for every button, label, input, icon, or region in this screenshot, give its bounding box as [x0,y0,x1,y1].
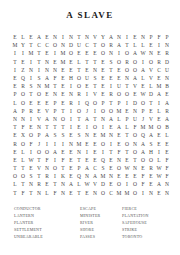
grid-cell-r1c12[interactable]: Y [99,33,107,41]
grid-cell-r2c1[interactable]: M [11,41,19,49]
grid-cell-r13c12[interactable]: M [99,131,107,139]
grid-cell-r16c9[interactable]: T [75,156,83,164]
grid-cell-r4c13[interactable]: S [107,58,115,66]
grid-cell-r2c10[interactable]: C [83,41,91,49]
grid-cell-r6c19[interactable]: E [155,74,163,82]
grid-cell-r10c14[interactable]: M [115,107,123,115]
grid-cell-r20c12[interactable]: O [99,189,107,197]
grid-cell-r19c16[interactable]: O [131,180,139,188]
grid-cell-r5c19[interactable]: C [155,66,163,74]
grid-cell-r9c9[interactable]: I [75,99,83,107]
grid-cell-r5c4[interactable]: I [35,66,43,74]
grid-cell-r4c8[interactable]: E [67,58,75,66]
grid-cell-r18c4[interactable]: T [35,172,43,180]
grid-cell-r4c16[interactable]: O [131,58,139,66]
word-item[interactable]: CONDUCTOR [14,206,80,213]
grid-cell-r9c8[interactable]: R [67,99,75,107]
grid-cell-r10c15[interactable]: E [123,107,131,115]
grid-cell-r12c14[interactable]: A [115,123,123,131]
grid-cell-r13c17[interactable]: Q [139,131,147,139]
grid-cell-r17c6[interactable]: O [51,164,59,172]
grid-cell-r10c2[interactable]: P [19,107,27,115]
grid-cell-r20c4[interactable]: N [35,189,43,197]
grid-cell-r19c19[interactable]: A [155,180,163,188]
grid-cell-r15c12[interactable]: I [99,148,107,156]
grid-cell-r19c15[interactable]: I [123,180,131,188]
grid-cell-r13c14[interactable]: E [115,131,123,139]
grid-cell-r14c16[interactable]: N [131,139,139,147]
grid-cell-r2c6[interactable]: O [51,41,59,49]
grid-cell-r12c16[interactable]: F [131,123,139,131]
grid-cell-r1c16[interactable]: E [131,33,139,41]
grid-cell-r8c12[interactable]: E [99,90,107,98]
grid-cell-r20c1[interactable]: T [11,189,19,197]
grid-cell-r11c18[interactable]: V [147,115,155,123]
grid-cell-r14c10[interactable]: E [83,139,91,147]
grid-cell-r9c4[interactable]: E [35,99,43,107]
grid-cell-r15c1[interactable]: E [11,148,19,156]
grid-cell-r14c6[interactable]: I [51,139,59,147]
grid-cell-r4c6[interactable]: E [51,58,59,66]
word-item[interactable]: SAFEHOUSE [122,220,174,227]
grid-cell-r13c15[interactable]: T [123,131,131,139]
grid-cell-r11c14[interactable]: L [115,115,123,123]
grid-cell-r16c8[interactable]: E [67,156,75,164]
grid-cell-r8c20[interactable]: E [163,90,171,98]
grid-cell-r17c16[interactable]: N [131,164,139,172]
grid-cell-r19c17[interactable]: F [139,180,147,188]
grid-cell-r19c12[interactable]: D [99,180,107,188]
grid-cell-r8c19[interactable]: A [155,90,163,98]
grid-cell-r6c17[interactable]: L [139,74,147,82]
grid-cell-r10c12[interactable]: O [99,107,107,115]
grid-cell-r3c4[interactable]: T [35,49,43,57]
grid-cell-r15c14[interactable]: F [115,148,123,156]
grid-cell-r4c15[interactable]: R [123,58,131,66]
grid-cell-r19c3[interactable]: N [27,180,35,188]
grid-cell-r5c7[interactable]: E [59,66,67,74]
grid-cell-r7c7[interactable]: E [59,82,67,90]
grid-cell-r10c1[interactable]: A [11,107,19,115]
grid-cell-r18c13[interactable]: N [107,172,115,180]
grid-cell-r18c5[interactable]: R [43,172,51,180]
grid-cell-r5c2[interactable]: Z [19,66,27,74]
grid-cell-r13c4[interactable]: P [35,131,43,139]
grid-cell-r6c5[interactable]: A [43,74,51,82]
grid-cell-r6c9[interactable]: O [75,74,83,82]
grid-cell-r9c1[interactable]: L [11,99,19,107]
grid-cell-r17c12[interactable]: S [99,164,107,172]
grid-cell-r2c12[interactable]: O [99,41,107,49]
grid-cell-r12c10[interactable]: I [83,123,91,131]
grid-cell-r2c11[interactable]: T [91,41,99,49]
grid-cell-r20c5[interactable]: L [43,189,51,197]
grid-cell-r16c12[interactable]: Q [99,156,107,164]
grid-cell-r20c9[interactable]: T [75,189,83,197]
grid-cell-r13c13[interactable]: N [107,131,115,139]
grid-cell-r8c11[interactable]: V [91,90,99,98]
grid-cell-r16c3[interactable]: W [27,156,35,164]
grid-cell-r20c10[interactable]: E [83,189,91,197]
grid-cell-r14c4[interactable]: J [35,139,43,147]
grid-cell-r10c5[interactable]: V [43,107,51,115]
word-item[interactable]: UNBEARABLE [14,234,80,241]
grid-cell-r18c1[interactable]: O [11,172,19,180]
grid-cell-r1c6[interactable]: N [51,33,59,41]
grid-cell-r13c16[interactable]: O [131,131,139,139]
grid-cell-r15c19[interactable]: I [155,148,163,156]
grid-cell-r4c12[interactable]: E [99,58,107,66]
grid-cell-r3c15[interactable]: O [123,49,131,57]
grid-cell-r20c8[interactable]: E [67,189,75,197]
grid-cell-r16c5[interactable]: F [43,156,51,164]
grid-cell-r8c10[interactable]: I [83,90,91,98]
grid-cell-r4c2[interactable]: E [19,58,27,66]
grid-cell-r6c7[interactable]: E [59,74,67,82]
grid-cell-r1c2[interactable]: L [19,33,27,41]
grid-cell-r13c18[interactable]: A [147,131,155,139]
grid-cell-r8c5[interactable]: E [43,90,51,98]
grid-cell-r19c5[interactable]: E [43,180,51,188]
grid-cell-r17c20[interactable]: F [163,164,171,172]
grid-cell-r6c4[interactable]: S [35,74,43,82]
grid-cell-r17c3[interactable]: E [27,164,35,172]
grid-cell-r1c3[interactable]: E [27,33,35,41]
grid-cell-r17c11[interactable]: C [91,164,99,172]
grid-cell-r11c20[interactable]: A [163,115,171,123]
grid-cell-r10c7[interactable]: T [59,107,67,115]
grid-cell-r3c11[interactable]: E [91,49,99,57]
grid-cell-r13c2[interactable]: X [19,131,27,139]
grid-cell-r16c14[interactable]: N [115,156,123,164]
grid-cell-r3c9[interactable]: E [75,49,83,57]
grid-cell-r14c14[interactable]: E [115,139,123,147]
grid-cell-r14c20[interactable]: E [163,139,171,147]
grid-cell-r18c12[interactable]: M [99,172,107,180]
grid-cell-r20c6[interactable]: F [51,189,59,197]
grid-cell-r6c15[interactable]: N [123,74,131,82]
grid-cell-r3c20[interactable]: R [163,49,171,57]
grid-cell-r20c20[interactable]: N [163,189,171,197]
grid-cell-r5c3[interactable]: N [27,66,35,74]
grid-cell-r19c14[interactable]: O [115,180,123,188]
grid-cell-r8c4[interactable]: O [35,90,43,98]
grid-cell-r10c13[interactable]: O [107,107,115,115]
grid-cell-r1c13[interactable]: A [107,33,115,41]
grid-cell-r12c20[interactable]: B [163,123,171,131]
grid-cell-r12c6[interactable]: T [51,123,59,131]
grid-cell-r6c3[interactable]: I [27,74,35,82]
grid-cell-r18c3[interactable]: S [27,172,35,180]
grid-cell-r7c14[interactable]: U [115,82,123,90]
grid-cell-r15c8[interactable]: E [67,148,75,156]
grid-cell-r4c18[interactable]: O [147,58,155,66]
grid-cell-r3c19[interactable]: E [155,49,163,57]
grid-cell-r9c2[interactable]: O [19,99,27,107]
word-item[interactable]: LANTERN [14,213,80,220]
grid-cell-r5c16[interactable]: O [131,66,139,74]
grid-cell-r2c19[interactable]: I [155,41,163,49]
grid-cell-r8c6[interactable]: N [51,90,59,98]
grid-cell-r11c3[interactable]: I [27,115,35,123]
grid-cell-r1c18[interactable]: P [147,33,155,41]
grid-cell-r2c9[interactable]: U [75,41,83,49]
grid-cell-r4c17[interactable]: I [139,58,147,66]
grid-cell-r1c14[interactable]: N [115,33,123,41]
grid-cell-r20c16[interactable]: O [131,189,139,197]
grid-cell-r19c13[interactable]: E [107,180,115,188]
grid-cell-r9c3[interactable]: E [27,99,35,107]
grid-cell-r3c14[interactable]: I [115,49,123,57]
grid-cell-r9c18[interactable]: T [147,99,155,107]
grid-cell-r12c19[interactable]: O [155,123,163,131]
grid-cell-r20c15[interactable]: M [123,189,131,197]
grid-cell-r14c17[interactable]: A [139,139,147,147]
grid-cell-r2c17[interactable]: L [139,41,147,49]
grid-cell-r13c20[interactable]: L [163,131,171,139]
grid-cell-r7c4[interactable]: N [35,82,43,90]
grid-cell-r14c9[interactable]: M [75,139,83,147]
grid-cell-r14c1[interactable]: R [11,139,19,147]
grid-cell-r3c5[interactable]: E [43,49,51,57]
grid-cell-r11c9[interactable]: T [75,115,83,123]
grid-cell-r6c20[interactable]: N [163,74,171,82]
grid-cell-r4c11[interactable]: T [91,58,99,66]
grid-cell-r16c2[interactable]: L [19,156,27,164]
grid-cell-r19c2[interactable]: T [19,180,27,188]
grid-cell-r16c17[interactable]: O [139,156,147,164]
grid-cell-r10c11[interactable]: I [91,107,99,115]
grid-cell-r14c3[interactable]: F [27,139,35,147]
grid-cell-r16c7[interactable]: F [59,156,67,164]
grid-cell-r7c12[interactable]: E [99,82,107,90]
grid-cell-r11c17[interactable]: J [139,115,147,123]
grid-cell-r5c12[interactable]: E [99,66,107,74]
grid-cell-r3c10[interactable]: E [83,49,91,57]
grid-cell-r10c4[interactable]: E [35,107,43,115]
grid-cell-r14c19[interactable]: E [155,139,163,147]
grid-cell-r16c20[interactable]: F [163,156,171,164]
grid-cell-r1c8[interactable]: N [67,33,75,41]
grid-cell-r17c1[interactable]: T [11,164,19,172]
grid-cell-r19c20[interactable]: N [163,180,171,188]
grid-cell-r1c5[interactable]: E [43,33,51,41]
grid-cell-r1c10[interactable]: N [83,33,91,41]
grid-cell-r13c9[interactable]: S [75,131,83,139]
word-item[interactable]: PLANTATION [122,213,174,220]
grid-cell-r3c18[interactable]: N [147,49,155,57]
grid-cell-r12c2[interactable]: F [19,123,27,131]
grid-cell-r11c15[interactable]: P [123,115,131,123]
grid-cell-r2c14[interactable]: A [115,41,123,49]
grid-cell-r18c9[interactable]: Q [75,172,83,180]
grid-cell-r3c12[interactable]: O [99,49,107,57]
grid-cell-r18c19[interactable]: W [155,172,163,180]
grid-cell-r5c20[interactable]: U [163,66,171,74]
grid-cell-r12c11[interactable]: O [91,123,99,131]
grid-cell-r12c17[interactable]: M [139,123,147,131]
grid-cell-r13c11[interactable]: E [91,131,99,139]
grid-cell-r5c17[interactable]: A [139,66,147,74]
grid-cell-r8c1[interactable]: P [11,90,19,98]
grid-cell-r3c13[interactable]: N [107,49,115,57]
grid-cell-r8c16[interactable]: E [131,90,139,98]
grid-cell-r8c7[interactable]: E [59,90,67,98]
grid-cell-r12c1[interactable]: T [11,123,19,131]
grid-cell-r10c10[interactable]: J [83,107,91,115]
grid-cell-r14c5[interactable]: I [43,139,51,147]
grid-cell-r11c11[interactable]: T [91,115,99,123]
grid-cell-r2c7[interactable]: N [59,41,67,49]
grid-cell-r6c1[interactable]: E [11,74,19,82]
grid-cell-r8c8[interactable]: N [67,90,75,98]
grid-cell-r9c14[interactable]: P [115,99,123,107]
grid-cell-r16c18[interactable]: O [147,156,155,164]
word-item[interactable]: PASSES [80,234,122,241]
grid-cell-r16c6[interactable]: I [51,156,59,164]
grid-cell-r10c3[interactable]: R [27,107,35,115]
grid-cell-r20c19[interactable]: E [155,189,163,197]
grid-cell-r10c6[interactable]: P [51,107,59,115]
grid-cell-r13c1[interactable]: E [11,131,19,139]
grid-cell-r14c15[interactable]: O [123,139,131,147]
grid-cell-r16c15[interactable]: E [123,156,131,164]
word-item[interactable]: MINISTER [80,213,122,220]
grid-cell-r5c11[interactable]: N [91,66,99,74]
grid-cell-r14c7[interactable]: I [59,139,67,147]
grid-cell-r17c5[interactable]: N [43,164,51,172]
grid-cell-r15c7[interactable]: E [59,148,67,156]
grid-cell-r17c15[interactable]: W [123,164,131,172]
grid-cell-r6c11[interactable]: S [91,74,99,82]
grid-cell-r5c6[interactable]: N [51,66,59,74]
grid-cell-r11c2[interactable]: N [19,115,27,123]
grid-cell-r2c13[interactable]: R [107,41,115,49]
grid-cell-r14c13[interactable]: I [107,139,115,147]
grid-cell-r3c1[interactable]: I [11,49,19,57]
grid-cell-r19c8[interactable]: A [67,180,75,188]
grid-cell-r4c4[interactable]: T [35,58,43,66]
grid-cell-r15c15[interactable]: T [123,148,131,156]
grid-cell-r17c18[interactable]: R [147,164,155,172]
grid-cell-r5c18[interactable]: V [147,66,155,74]
grid-cell-r14c18[interactable]: S [147,139,155,147]
grid-cell-r15c3[interactable]: I [27,148,35,156]
grid-cell-r9c20[interactable]: A [163,99,171,107]
grid-cell-r4c14[interactable]: O [115,58,123,66]
grid-cell-r1c17[interactable]: N [139,33,147,41]
grid-cell-r7c17[interactable]: E [139,82,147,90]
grid-cell-r20c17[interactable]: I [139,189,147,197]
grid-cell-r1c15[interactable]: I [123,33,131,41]
grid-cell-r4c7[interactable]: M [59,58,67,66]
grid-cell-r13c7[interactable]: S [59,131,67,139]
grid-cell-r4c9[interactable]: L [75,58,83,66]
grid-cell-r3c16[interactable]: A [131,49,139,57]
grid-cell-r3c7[interactable]: M [59,49,67,57]
grid-cell-r6c2[interactable]: Q [19,74,27,82]
grid-cell-r18c2[interactable]: O [19,172,27,180]
grid-cell-r15c16[interactable]: O [131,148,139,156]
grid-cell-r20c13[interactable]: C [107,189,115,197]
grid-cell-r11c10[interactable]: A [83,115,91,123]
grid-cell-r16c11[interactable]: E [91,156,99,164]
grid-cell-r14c8[interactable]: N [67,139,75,147]
grid-cell-r1c20[interactable]: P [163,33,171,41]
grid-cell-r16c4[interactable]: T [35,156,43,164]
grid-cell-r18c17[interactable]: F [139,172,147,180]
grid-cell-r19c11[interactable]: V [91,180,99,188]
grid-cell-r7c5[interactable]: M [43,82,51,90]
grid-cell-r5c9[interactable]: T [75,66,83,74]
grid-cell-r9c13[interactable]: T [107,99,115,107]
grid-cell-r3c6[interactable]: I [51,49,59,57]
grid-cell-r9c17[interactable]: O [139,99,147,107]
grid-cell-r17c14[interactable]: O [115,164,123,172]
grid-cell-r5c10[interactable]: E [83,66,91,74]
grid-cell-r5c8[interactable]: E [67,66,75,74]
grid-cell-r19c4[interactable]: R [35,180,43,188]
grid-cell-r16c19[interactable]: L [155,156,163,164]
grid-cell-r20c7[interactable]: N [59,189,67,197]
grid-cell-r1c4[interactable]: A [35,33,43,41]
grid-cell-r11c12[interactable]: N [99,115,107,123]
grid-cell-r5c14[interactable]: E [115,66,123,74]
grid-cell-r11c1[interactable]: N [11,115,19,123]
grid-cell-r20c14[interactable]: M [115,189,123,197]
grid-cell-r8c14[interactable]: O [115,90,123,98]
grid-cell-r4c5[interactable]: N [43,58,51,66]
grid-cell-r6c14[interactable]: E [115,74,123,82]
grid-cell-r19c6[interactable]: T [51,180,59,188]
grid-cell-r10c20[interactable]: R [163,107,171,115]
grid-cell-r7c6[interactable]: T [51,82,59,90]
grid-cell-r18c15[interactable]: E [123,172,131,180]
grid-cell-r17c9[interactable]: P [75,164,83,172]
grid-cell-r18c7[interactable]: K [59,172,67,180]
grid-cell-r6c12[interactable]: E [99,74,107,82]
grid-cell-r19c9[interactable]: L [75,180,83,188]
grid-cell-r2c16[interactable]: L [131,41,139,49]
word-item[interactable]: PLANTER [14,220,80,227]
grid-cell-r19c10[interactable]: W [83,180,91,188]
word-item[interactable]: STRIKE [122,227,174,234]
grid-cell-r1c9[interactable]: T [75,33,83,41]
grid-cell-r15c6[interactable]: A [51,148,59,156]
grid-cell-r2c15[interactable]: T [123,41,131,49]
grid-cell-r12c7[interactable]: T [59,123,67,131]
grid-cell-r12c12[interactable]: I [99,123,107,131]
grid-cell-r14c2[interactable]: O [19,139,27,147]
grid-cell-r18c10[interactable]: N [83,172,91,180]
grid-cell-r7c8[interactable]: I [67,82,75,90]
grid-cell-r6c6[interactable]: F [51,74,59,82]
grid-cell-r8c15[interactable]: O [123,90,131,98]
grid-cell-r11c7[interactable]: O [59,115,67,123]
grid-cell-r16c10[interactable]: E [83,156,91,164]
grid-cell-r8c9[interactable]: R [75,90,83,98]
grid-cell-r7c11[interactable]: T [91,82,99,90]
grid-cell-r1c11[interactable]: V [91,33,99,41]
grid-cell-r9c5[interactable]: E [43,99,51,107]
grid-cell-r13c6[interactable]: S [51,131,59,139]
grid-cell-r9c19[interactable]: I [155,99,163,107]
grid-cell-r10c18[interactable]: E [147,107,155,115]
grid-cell-r19c18[interactable]: E [147,180,155,188]
grid-cell-r17c10[interactable]: A [83,164,91,172]
grid-cell-r12c15[interactable]: L [123,123,131,131]
grid-cell-r11c8[interactable]: I [67,115,75,123]
